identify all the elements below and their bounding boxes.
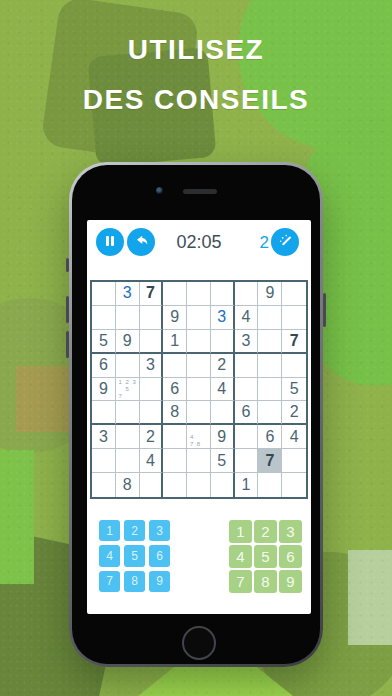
entry-pad-key-3[interactable]: 3 xyxy=(149,520,170,541)
cell-r4c1[interactable]: 6 xyxy=(92,354,116,378)
entry-pad-key-6[interactable]: 6 xyxy=(149,545,170,566)
cell-r1c6[interactable] xyxy=(211,282,235,306)
cell-r6c5[interactable] xyxy=(187,401,211,425)
cell-r2c5[interactable] xyxy=(187,306,211,330)
cell-r7c6[interactable]: 9 xyxy=(211,425,235,449)
undo-icon xyxy=(134,233,149,252)
cell-r7c8[interactable]: 6 xyxy=(258,425,282,449)
pencil-pad-key-4[interactable]: 4 xyxy=(229,545,252,568)
cell-r2c3[interactable] xyxy=(140,306,164,330)
hero-title-line1: UTILISEZ xyxy=(0,36,392,64)
cell-r2c9[interactable] xyxy=(282,306,306,330)
cell-r3c5[interactable] xyxy=(187,330,211,354)
cell-r8c2[interactable] xyxy=(116,449,140,473)
entry-pad-key-8[interactable]: 8 xyxy=(124,571,145,592)
pencil-marks-r7c5: 478 xyxy=(187,425,210,448)
cell-r7c2[interactable] xyxy=(116,425,140,449)
cell-r2c8[interactable] xyxy=(258,306,282,330)
cell-r9c8[interactable] xyxy=(258,473,282,497)
cell-r6c1[interactable] xyxy=(92,401,116,425)
cell-r8c3[interactable]: 4 xyxy=(140,449,164,473)
mute-switch xyxy=(66,258,69,272)
cell-r8c9[interactable] xyxy=(282,449,306,473)
cell-r4c4[interactable] xyxy=(163,354,187,378)
cell-r3c9[interactable]: 7 xyxy=(282,330,306,354)
pencil-pad-key-6[interactable]: 6 xyxy=(279,545,302,568)
cell-r8c7[interactable] xyxy=(235,449,259,473)
cell-r5c2[interactable]: 12357 xyxy=(116,378,140,402)
cell-r2c2[interactable] xyxy=(116,306,140,330)
cell-r1c3[interactable]: 7 xyxy=(140,282,164,306)
cell-r3c8[interactable] xyxy=(258,330,282,354)
volume-up-button xyxy=(66,296,69,323)
phone-frame: 02:05 2 37993459137632912357645862324789… xyxy=(69,162,323,667)
cell-r9c5[interactable] xyxy=(187,473,211,497)
cell-r1c9[interactable] xyxy=(282,282,306,306)
volume-down-button xyxy=(66,331,69,358)
hint-count: 2 xyxy=(251,233,269,253)
cell-r9c7[interactable]: 1 xyxy=(235,473,259,497)
cell-r1c4[interactable] xyxy=(163,282,187,306)
cell-r5c8[interactable] xyxy=(258,378,282,402)
entry-pad-key-9[interactable]: 9 xyxy=(149,571,170,592)
cell-r1c2[interactable]: 3 xyxy=(116,282,140,306)
cell-r7c5[interactable]: 478 xyxy=(187,425,211,449)
cell-r7c4[interactable] xyxy=(163,425,187,449)
cell-r3c3[interactable] xyxy=(140,330,164,354)
cell-r3c4[interactable]: 1 xyxy=(163,330,187,354)
phone-face: 02:05 2 37993459137632912357645862324789… xyxy=(72,165,320,664)
home-button xyxy=(182,626,216,660)
entry-pad-key-4[interactable]: 4 xyxy=(99,545,120,566)
cell-r7c1[interactable]: 3 xyxy=(92,425,116,449)
cell-r4c9[interactable] xyxy=(282,354,306,378)
cell-r6c3[interactable] xyxy=(140,401,164,425)
cell-r5c6[interactable]: 4 xyxy=(211,378,235,402)
cell-r5c3[interactable] xyxy=(140,378,164,402)
cell-r8c5[interactable] xyxy=(187,449,211,473)
numpad-pencil: 123456789 xyxy=(229,520,302,593)
cell-r5c9[interactable]: 5 xyxy=(282,378,306,402)
pencil-pad-key-2[interactable]: 2 xyxy=(254,520,277,543)
magic-wand-icon xyxy=(278,233,293,252)
cell-r2c7[interactable]: 4 xyxy=(235,306,259,330)
cell-r3c7[interactable]: 3 xyxy=(235,330,259,354)
cell-r8c1[interactable] xyxy=(92,449,116,473)
cell-r1c8[interactable]: 9 xyxy=(258,282,282,306)
cell-r1c5[interactable] xyxy=(187,282,211,306)
cell-r2c6[interactable]: 3 xyxy=(211,306,235,330)
cell-r6c4[interactable]: 8 xyxy=(163,401,187,425)
entry-pad-key-1[interactable]: 1 xyxy=(99,520,120,541)
numpad-entry: 123456789 xyxy=(99,520,170,592)
hero-title-line2: DES CONSEILS xyxy=(0,86,392,114)
cell-r9c6[interactable] xyxy=(211,473,235,497)
entry-pad-key-2[interactable]: 2 xyxy=(124,520,145,541)
cell-r1c7[interactable] xyxy=(235,282,259,306)
cell-r7c7[interactable] xyxy=(235,425,259,449)
cell-r4c3[interactable]: 3 xyxy=(140,354,164,378)
pencil-pad-key-3[interactable]: 3 xyxy=(279,520,302,543)
cell-r9c9[interactable] xyxy=(282,473,306,497)
app-screen: 02:05 2 37993459137632912357645862324789… xyxy=(87,220,311,614)
cell-r4c6[interactable]: 2 xyxy=(211,354,235,378)
cell-r9c2[interactable]: 8 xyxy=(116,473,140,497)
cell-r5c4[interactable]: 6 xyxy=(163,378,187,402)
cell-r7c3[interactable]: 2 xyxy=(140,425,164,449)
cell-r5c1[interactable]: 9 xyxy=(92,378,116,402)
hint-button[interactable] xyxy=(271,228,299,256)
cell-r4c5[interactable] xyxy=(187,354,211,378)
cell-r2c4[interactable]: 9 xyxy=(163,306,187,330)
cell-r3c6[interactable] xyxy=(211,330,235,354)
pencil-pad-key-9[interactable]: 9 xyxy=(279,570,302,593)
pause-icon xyxy=(104,233,116,251)
pause-button[interactable] xyxy=(96,228,124,256)
cell-r4c2[interactable] xyxy=(116,354,140,378)
cell-r8c8[interactable]: 7 xyxy=(258,449,282,473)
cell-r1c1[interactable] xyxy=(92,282,116,306)
pencil-marks-r5c2: 12357 xyxy=(116,378,139,401)
earpiece-speaker xyxy=(183,189,217,194)
marketing-screenshot: UTILISEZ DES CONSEILS xyxy=(0,0,392,696)
power-button xyxy=(323,293,326,327)
cell-r9c1[interactable] xyxy=(92,473,116,497)
pencil-pad-key-7[interactable]: 7 xyxy=(229,570,252,593)
cell-r2c1[interactable] xyxy=(92,306,116,330)
cell-r6c2[interactable] xyxy=(116,401,140,425)
cell-r6c9[interactable]: 2 xyxy=(282,401,306,425)
cell-r4c8[interactable] xyxy=(258,354,282,378)
cell-r8c6[interactable]: 5 xyxy=(211,449,235,473)
cell-r6c8[interactable] xyxy=(258,401,282,425)
entry-pad-key-5[interactable]: 5 xyxy=(124,545,145,566)
front-camera xyxy=(156,187,163,194)
cell-r3c2[interactable]: 9 xyxy=(116,330,140,354)
cell-r9c3[interactable] xyxy=(140,473,164,497)
entry-pad-key-7[interactable]: 7 xyxy=(99,571,120,592)
cell-r7c9[interactable]: 4 xyxy=(282,425,306,449)
sudoku-grid: 379934591376329123576458623247896445781 xyxy=(90,280,308,499)
cell-r4c7[interactable] xyxy=(235,354,259,378)
cell-r6c6[interactable] xyxy=(211,401,235,425)
cell-r3c1[interactable]: 5 xyxy=(92,330,116,354)
cell-r6c7[interactable]: 6 xyxy=(235,401,259,425)
pencil-pad-key-5[interactable]: 5 xyxy=(254,545,277,568)
pencil-pad-key-1[interactable]: 1 xyxy=(229,520,252,543)
undo-button[interactable] xyxy=(127,228,155,256)
cell-r5c5[interactable] xyxy=(187,378,211,402)
pencil-pad-key-8[interactable]: 8 xyxy=(254,570,277,593)
cell-r5c7[interactable] xyxy=(235,378,259,402)
cell-r8c4[interactable] xyxy=(163,449,187,473)
cell-r9c4[interactable] xyxy=(163,473,187,497)
